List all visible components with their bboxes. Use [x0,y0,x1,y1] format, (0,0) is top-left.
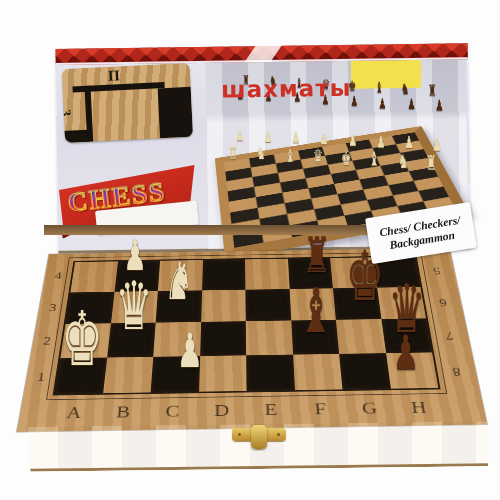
box-photo-piece: ♟ [292,131,300,146]
square-e4 [245,259,289,290]
brass-clasp [232,425,286,455]
file-label-d: D [197,392,247,428]
clasp-knob [251,425,267,449]
rank-label-7: 7 [428,318,472,353]
file-label-a: A [47,395,101,431]
box-strip-glare [244,44,282,63]
file-label-h: H [392,389,447,425]
box-photo-piece: ♝ [375,80,383,95]
square-f1 [293,354,343,391]
chess-board-surface: 4321 5678 ABCDEFGH [17,248,487,432]
square-h1 [386,352,439,389]
rank-label-5: 5 [417,255,458,286]
square-g2 [336,319,386,353]
rank-label-4: 4 [42,261,73,292]
square-a4 [70,261,117,292]
box-photo-piece: ♟ [378,96,386,110]
inset-dark-square-2 [62,130,88,143]
clasp-screw-left [238,433,241,436]
inset-coordinate-number: 3 [62,109,74,116]
box-photo-piece: ♞ [401,82,410,97]
square-d1 [199,355,247,392]
square-c3 [156,290,202,323]
clasp-screw-right [277,433,280,436]
box-photo-piece: ♜ [428,83,437,99]
rank-label-1: 1 [23,359,58,396]
square-c1 [151,356,200,393]
board-squares [53,256,441,396]
file-label-f: F [295,391,347,427]
square-f2 [291,320,339,354]
square-c4 [158,260,203,291]
file-label-g: G [344,390,397,426]
box-photo-piece: ♟ [236,128,244,142]
square-e2 [246,320,293,354]
product-photo-chess-set: ♜♞♝♛♚♝♞♜♟♟♟♟♟♟♟♟♟♟♟♟♟♟♟♟♜♞♝♛♚♝♞♜ П 3 шах… [0,0,500,500]
square-e1 [246,354,294,391]
square-a3 [66,291,115,324]
square-f3 [289,288,336,320]
square-b3 [111,291,158,324]
square-d4 [202,259,246,290]
square-b4 [114,261,160,292]
inset-dark-square [157,87,193,138]
box-inset-corner-photo: П 3 [62,63,193,143]
square-d2 [200,321,246,356]
inset-coordinate-letter: П [108,67,120,85]
file-label-e: E [247,392,297,428]
square-g4 [330,257,377,288]
square-h2 [381,318,432,352]
square-f4 [288,258,333,289]
square-b2 [107,323,156,358]
square-b1 [103,356,154,393]
rank-label-6: 6 [422,285,464,318]
square-g1 [339,353,390,390]
box-photo-piece: ♟ [407,97,415,112]
rank-label-2: 2 [30,324,64,359]
rank-label-8: 8 [434,352,479,389]
rank-label-3: 3 [36,292,68,325]
square-d3 [201,289,246,322]
file-label-c: C [147,393,198,429]
box-photo-piece: ♟ [264,129,272,144]
square-e3 [245,289,290,321]
box-photo-piece: ♟ [435,98,444,113]
file-label-b: B [97,394,150,430]
box-title-cyrillic: шахматы [221,75,352,103]
square-h3 [377,287,426,319]
square-a2 [60,323,110,358]
square-a1 [55,357,107,394]
square-g3 [333,287,381,319]
square-c2 [153,322,200,357]
